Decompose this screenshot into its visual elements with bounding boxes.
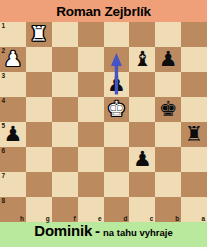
square-e1[interactable] (78, 22, 104, 47)
black-bishop[interactable]: ♝ (129, 47, 155, 72)
file-label-e: e (98, 215, 102, 222)
black-king[interactable]: ♚ (155, 97, 181, 122)
square-d5[interactable] (104, 122, 130, 147)
square-h2[interactable]: 2♟ (0, 47, 26, 72)
top-player-name: Roman Zejbrlík (56, 4, 151, 19)
black-rook[interactable]: ♜ (181, 122, 207, 147)
black-pawn[interactable]: ♟ (104, 72, 130, 97)
square-c4[interactable] (129, 97, 155, 122)
square-e8[interactable]: e (78, 197, 104, 222)
square-h7[interactable]: 7 (0, 172, 26, 197)
square-g8[interactable]: g (26, 197, 52, 222)
black-pawn[interactable]: ♟ (0, 122, 26, 147)
square-c5[interactable] (129, 122, 155, 147)
square-e2[interactable] (78, 47, 104, 72)
square-g2[interactable] (26, 47, 52, 72)
file-label-a: a (201, 215, 205, 222)
square-f3[interactable] (52, 72, 78, 97)
square-a2[interactable] (181, 47, 207, 72)
rank-label-6: 6 (2, 147, 6, 154)
square-b1[interactable] (155, 22, 181, 47)
square-g7[interactable] (26, 172, 52, 197)
file-label-b: b (175, 215, 179, 222)
turn-status-text: na tahu vyhraje (103, 227, 173, 238)
square-g5[interactable] (26, 122, 52, 147)
square-h6[interactable]: 6 (0, 147, 26, 172)
square-d2[interactable] (104, 47, 130, 72)
square-b8[interactable]: b (155, 197, 181, 222)
square-a1[interactable] (181, 22, 207, 47)
square-g4[interactable] (26, 97, 52, 122)
top-player-bar: Roman Zejbrlík (0, 0, 207, 22)
file-label-c: c (150, 215, 154, 222)
square-d3[interactable]: ♟ (104, 72, 130, 97)
square-f5[interactable] (52, 122, 78, 147)
square-g1[interactable]: ♜ (26, 22, 52, 47)
square-c7[interactable] (129, 172, 155, 197)
bottom-player-name: Dominik (34, 222, 92, 239)
square-e7[interactable] (78, 172, 104, 197)
square-a3[interactable] (181, 72, 207, 97)
black-pawn[interactable]: ♟ (129, 147, 155, 172)
square-a7[interactable] (181, 172, 207, 197)
square-d7[interactable] (104, 172, 130, 197)
file-label-g: g (46, 215, 50, 222)
file-label-d: d (123, 215, 127, 222)
square-h1[interactable]: 1 (0, 22, 26, 47)
bottom-player-bar: Dominik - na tahu vyhraje (0, 222, 207, 247)
square-d4[interactable]: ♚ (104, 97, 130, 122)
square-e4[interactable] (78, 97, 104, 122)
square-b2[interactable]: ♟ (155, 47, 181, 72)
white-rook[interactable]: ♜ (26, 22, 52, 47)
square-c6[interactable]: ♟ (129, 147, 155, 172)
square-f2[interactable] (52, 47, 78, 72)
rank-label-1: 1 (2, 22, 6, 29)
square-e5[interactable] (78, 122, 104, 147)
square-b3[interactable] (155, 72, 181, 97)
square-h8[interactable]: 8h (0, 197, 26, 222)
name-status-separator: - (95, 222, 100, 239)
square-f8[interactable]: f (52, 197, 78, 222)
square-h5[interactable]: 5♟ (0, 122, 26, 147)
rank-label-4: 4 (2, 97, 6, 104)
square-a6[interactable] (181, 147, 207, 172)
square-c8[interactable]: c (129, 197, 155, 222)
white-pawn[interactable]: ♟ (0, 47, 26, 72)
square-c2[interactable]: ♝ (129, 47, 155, 72)
square-e3[interactable] (78, 72, 104, 97)
white-king[interactable]: ♚ (104, 97, 130, 122)
square-f6[interactable] (52, 147, 78, 172)
square-f1[interactable] (52, 22, 78, 47)
file-label-h: h (20, 215, 24, 222)
square-a4[interactable] (181, 97, 207, 122)
rank-label-8: 8 (2, 197, 6, 204)
square-f7[interactable] (52, 172, 78, 197)
square-b6[interactable] (155, 147, 181, 172)
square-f4[interactable] (52, 97, 78, 122)
square-b5[interactable] (155, 122, 181, 147)
board-container: 1♜2♟♝♟3♟4♚♚5♟♜6♟78hgfedcba (0, 22, 207, 222)
square-g3[interactable] (26, 72, 52, 97)
square-d6[interactable] (104, 147, 130, 172)
square-c3[interactable] (129, 72, 155, 97)
square-b7[interactable] (155, 172, 181, 197)
chess-app: Roman Zejbrlík 1♜2♟♝♟3♟4♚♚5♟♜6♟78hgfedcb… (0, 0, 207, 250)
square-d8[interactable]: d (104, 197, 130, 222)
square-a5[interactable]: ♜ (181, 122, 207, 147)
rank-label-7: 7 (2, 172, 6, 179)
black-pawn[interactable]: ♟ (155, 47, 181, 72)
square-g6[interactable] (26, 147, 52, 172)
square-b4[interactable]: ♚ (155, 97, 181, 122)
chess-board[interactable]: 1♜2♟♝♟3♟4♚♚5♟♜6♟78hgfedcba (0, 22, 207, 222)
square-h3[interactable]: 3 (0, 72, 26, 97)
file-label-f: f (73, 215, 75, 222)
square-e6[interactable] (78, 147, 104, 172)
square-c1[interactable] (129, 22, 155, 47)
square-d1[interactable] (104, 22, 130, 47)
square-h4[interactable]: 4 (0, 97, 26, 122)
rank-label-3: 3 (2, 72, 6, 79)
square-a8[interactable]: a (181, 197, 207, 222)
